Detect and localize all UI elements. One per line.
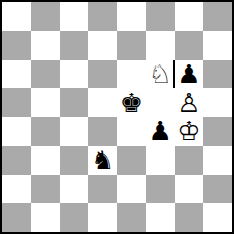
square-b1[interactable] xyxy=(31,203,60,232)
square-a4[interactable] xyxy=(2,117,31,146)
square-f8[interactable] xyxy=(146,2,175,31)
square-d5[interactable] xyxy=(88,88,117,117)
square-b7[interactable] xyxy=(31,31,60,60)
square-h7[interactable] xyxy=(203,31,232,60)
square-g2[interactable] xyxy=(175,175,204,204)
square-b6[interactable] xyxy=(31,60,60,89)
square-c8[interactable] xyxy=(60,2,89,31)
square-f6[interactable]: ♘ xyxy=(146,60,175,89)
square-b3[interactable] xyxy=(31,146,60,175)
square-e1[interactable] xyxy=(117,203,146,232)
square-g7[interactable] xyxy=(175,31,204,60)
square-h1[interactable] xyxy=(203,203,232,232)
square-g6[interactable]: ♟ xyxy=(175,60,204,89)
square-h4[interactable] xyxy=(203,117,232,146)
square-h5[interactable] xyxy=(203,88,232,117)
square-f1[interactable] xyxy=(146,203,175,232)
square-e5[interactable]: ♚ xyxy=(117,88,146,117)
square-b5[interactable] xyxy=(31,88,60,117)
square-g1[interactable] xyxy=(175,203,204,232)
square-e4[interactable] xyxy=(117,117,146,146)
square-d3[interactable]: ♞ xyxy=(88,146,117,175)
square-c4[interactable] xyxy=(60,117,89,146)
square-g5[interactable]: ♙ xyxy=(175,88,204,117)
square-b2[interactable] xyxy=(31,175,60,204)
square-f2[interactable] xyxy=(146,175,175,204)
square-f3[interactable] xyxy=(146,146,175,175)
white-pawn[interactable]: ♙ xyxy=(177,90,200,116)
white-knight[interactable]: ♘ xyxy=(148,61,171,87)
square-d1[interactable] xyxy=(88,203,117,232)
square-e3[interactable] xyxy=(117,146,146,175)
square-b4[interactable] xyxy=(31,117,60,146)
square-b8[interactable] xyxy=(31,2,60,31)
square-f7[interactable] xyxy=(146,31,175,60)
square-h6[interactable] xyxy=(203,60,232,89)
square-a6[interactable] xyxy=(2,60,31,89)
black-pawn[interactable]: ♟ xyxy=(177,61,200,87)
square-a5[interactable] xyxy=(2,88,31,117)
square-c1[interactable] xyxy=(60,203,89,232)
square-a8[interactable] xyxy=(2,2,31,31)
square-a3[interactable] xyxy=(2,146,31,175)
chess-diagram: ♘♟♚♙♟♔♞ xyxy=(0,0,234,234)
square-d6[interactable] xyxy=(88,60,117,89)
square-c5[interactable] xyxy=(60,88,89,117)
square-a1[interactable] xyxy=(2,203,31,232)
square-h2[interactable] xyxy=(203,175,232,204)
square-d7[interactable] xyxy=(88,31,117,60)
chess-board: ♘♟♚♙♟♔♞ xyxy=(0,0,234,234)
square-e8[interactable] xyxy=(117,2,146,31)
square-f4[interactable]: ♟ xyxy=(146,117,175,146)
square-d2[interactable] xyxy=(88,175,117,204)
white-king[interactable]: ♔ xyxy=(177,118,200,144)
square-g3[interactable] xyxy=(175,146,204,175)
square-c6[interactable] xyxy=(60,60,89,89)
square-g4[interactable]: ♔ xyxy=(175,117,204,146)
square-d8[interactable] xyxy=(88,2,117,31)
square-e6[interactable] xyxy=(117,60,146,89)
square-h8[interactable] xyxy=(203,2,232,31)
square-c2[interactable] xyxy=(60,175,89,204)
square-g8[interactable] xyxy=(175,2,204,31)
square-e2[interactable] xyxy=(117,175,146,204)
black-knight[interactable]: ♞ xyxy=(91,147,114,173)
square-a7[interactable] xyxy=(2,31,31,60)
black-king[interactable]: ♚ xyxy=(120,90,143,116)
square-c7[interactable] xyxy=(60,31,89,60)
square-a2[interactable] xyxy=(2,175,31,204)
square-f5[interactable] xyxy=(146,88,175,117)
square-c3[interactable] xyxy=(60,146,89,175)
black-pawn[interactable]: ♟ xyxy=(148,118,171,144)
square-d4[interactable] xyxy=(88,117,117,146)
square-e7[interactable] xyxy=(117,31,146,60)
square-h3[interactable] xyxy=(203,146,232,175)
